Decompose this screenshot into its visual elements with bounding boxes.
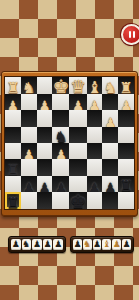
square-c4[interactable] <box>87 127 103 143</box>
square-e5[interactable]: ♟ <box>52 143 69 159</box>
captured-tray-right: ♟♞♟♝♟♟ <box>70 236 134 253</box>
square-b1[interactable]: ♞ <box>102 77 118 94</box>
square-d3[interactable] <box>69 110 86 126</box>
square-h1[interactable]: ♜ <box>5 77 21 94</box>
square-f4[interactable] <box>37 127 53 143</box>
square-f1[interactable] <box>37 77 53 94</box>
square-a7[interactable]: ♜ <box>118 176 134 192</box>
square-h5[interactable] <box>5 143 21 159</box>
board-grid: ♜♞♚♛♝♞♜♟♟♟♟♟♟♞♟♟♜♟♟♟♟♟♜♜♚ <box>5 77 134 209</box>
square-a2[interactable]: ♟ <box>118 94 134 110</box>
square-g3[interactable] <box>21 110 37 126</box>
square-b4[interactable] <box>102 127 118 143</box>
square-g2[interactable] <box>21 94 37 110</box>
square-e4[interactable]: ♞ <box>52 127 69 143</box>
square-e7[interactable]: ♟ <box>52 176 69 192</box>
square-b8[interactable] <box>102 192 118 209</box>
square-d2[interactable]: ♟ <box>69 94 86 110</box>
captured-pawn-tile: ♟ <box>53 239 63 250</box>
pause-icon <box>133 31 135 38</box>
square-e2[interactable] <box>52 94 69 110</box>
square-c2[interactable]: ♟ <box>87 94 103 110</box>
captured-pawn-tile: ♟ <box>43 239 53 250</box>
black-rook-h8[interactable]: ♜ <box>6 196 19 211</box>
square-g1[interactable]: ♞ <box>21 77 37 94</box>
square-h4[interactable] <box>5 127 21 143</box>
square-f2[interactable]: ♟ <box>37 94 53 110</box>
square-f7[interactable]: ♟ <box>37 176 53 192</box>
square-e3[interactable] <box>52 110 69 126</box>
captured-pawn-tile: ♟ <box>122 239 131 250</box>
square-f5[interactable] <box>37 143 53 159</box>
captured-pawn-tile: ♟ <box>112 239 121 250</box>
square-g5[interactable]: ♟ <box>21 143 37 159</box>
square-f6[interactable] <box>37 159 53 175</box>
square-c6[interactable] <box>87 159 103 175</box>
square-d4[interactable] <box>69 127 86 143</box>
black-king-d8[interactable]: ♚ <box>69 192 86 211</box>
square-a4[interactable] <box>118 127 134 143</box>
captured-pawn-tile: ♟ <box>93 239 102 250</box>
pause-button[interactable] <box>121 24 139 45</box>
square-d6[interactable] <box>69 159 86 175</box>
chess-board: ♜♞♚♛♝♞♜♟♟♟♟♟♟♞♟♟♜♟♟♟♟♟♜♜♚ <box>1 71 138 217</box>
square-h6[interactable]: ♜ <box>5 159 21 175</box>
square-d5[interactable] <box>69 143 86 159</box>
square-d1[interactable]: ♛ <box>69 77 86 94</box>
square-g7[interactable]: ♟ <box>21 176 37 192</box>
square-c7[interactable]: ♟ <box>87 176 103 192</box>
square-b5[interactable] <box>102 143 118 159</box>
square-a8[interactable] <box>118 192 134 209</box>
captured-pawn-tile: ♟ <box>32 239 42 250</box>
captured-bishop-tile: ♝ <box>102 239 111 250</box>
captured-knight-tile: ♞ <box>22 239 32 250</box>
square-b7[interactable]: ♟ <box>102 176 118 192</box>
square-d8[interactable]: ♚ <box>69 192 86 209</box>
square-f8[interactable] <box>37 192 53 209</box>
captured-tray-left: ♟♞♟♟♟ <box>8 236 66 253</box>
square-b6[interactable] <box>102 159 118 175</box>
captured-pawn-tile: ♟ <box>73 239 82 250</box>
square-h3[interactable] <box>5 110 21 126</box>
pause-icon <box>129 31 131 38</box>
square-g6[interactable] <box>21 159 37 175</box>
square-c5[interactable] <box>87 143 103 159</box>
square-c8[interactable] <box>87 192 103 209</box>
square-b2[interactable] <box>102 94 118 110</box>
square-a1[interactable]: ♜ <box>118 77 134 94</box>
square-e8[interactable] <box>52 192 69 209</box>
game-screen: ♜♞♚♛♝♞♜♟♟♟♟♟♟♞♟♟♜♟♟♟♟♟♜♜♚ ♟♞♟♟♟ ♟♞♟♝♟♟ <box>0 0 139 300</box>
square-c1[interactable]: ♝ <box>87 77 103 94</box>
square-h2[interactable]: ♟ <box>5 94 21 110</box>
square-h7[interactable] <box>5 176 21 192</box>
square-b3[interactable]: ♟ <box>102 110 118 126</box>
square-g8[interactable] <box>21 192 37 209</box>
captured-knight-tile: ♞ <box>83 239 92 250</box>
captured-pawn-tile: ♟ <box>11 239 21 250</box>
square-f3[interactable] <box>37 110 53 126</box>
square-a6[interactable] <box>118 159 134 175</box>
square-g4[interactable] <box>21 127 37 143</box>
square-h8[interactable]: ♜ <box>5 192 21 209</box>
square-a3[interactable] <box>118 110 134 126</box>
square-c3[interactable] <box>87 110 103 126</box>
square-e1[interactable]: ♚ <box>52 77 69 94</box>
square-e6[interactable] <box>52 159 69 175</box>
square-a5[interactable] <box>118 143 134 159</box>
